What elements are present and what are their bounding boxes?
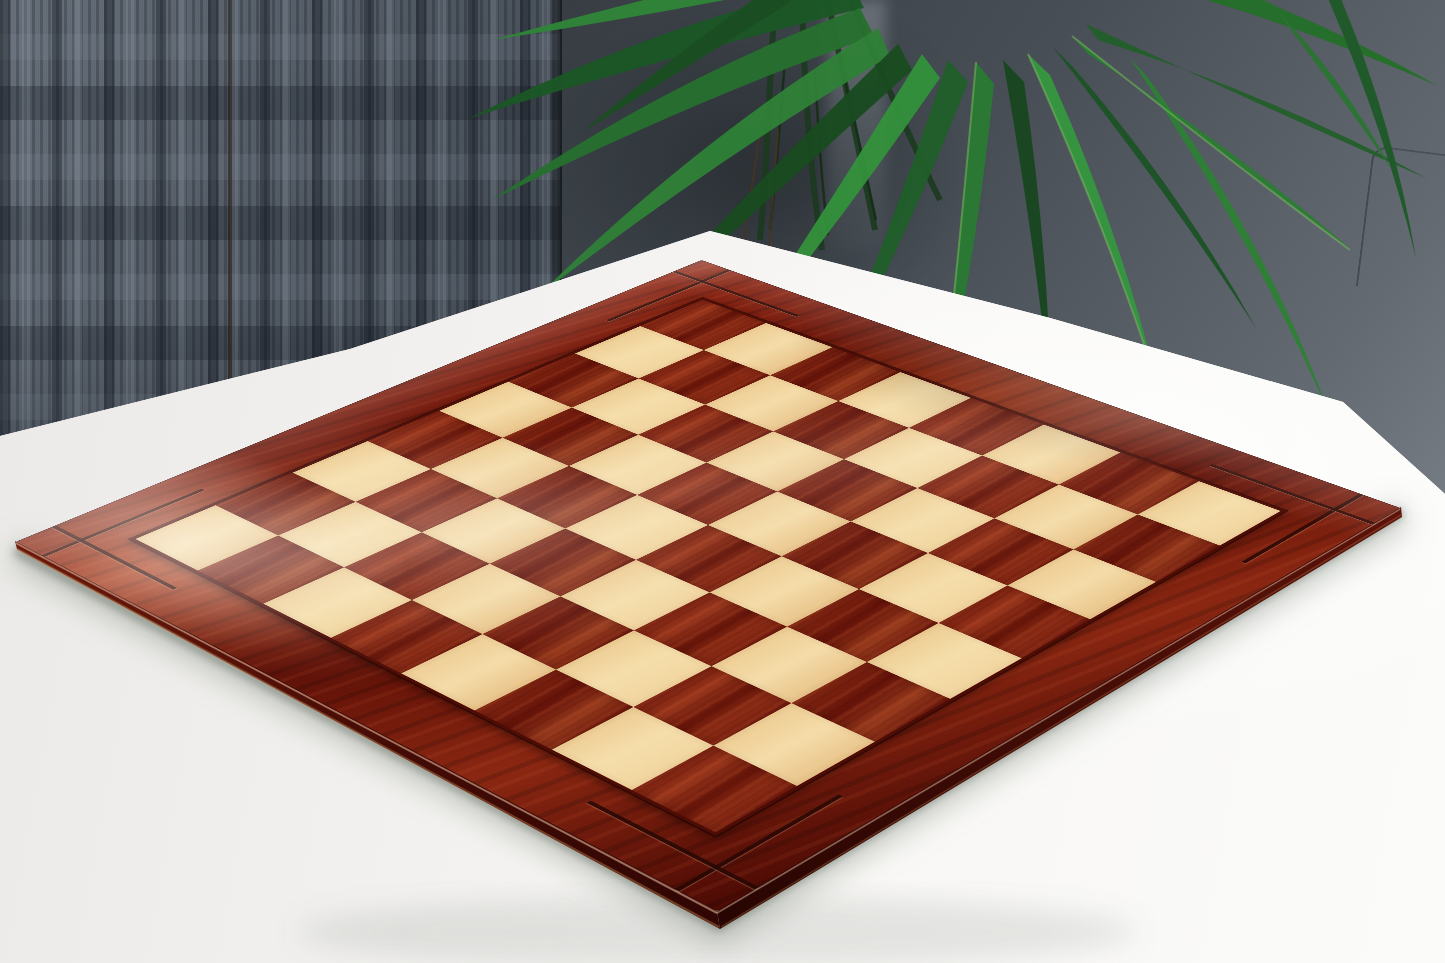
scene — [0, 0, 1445, 963]
